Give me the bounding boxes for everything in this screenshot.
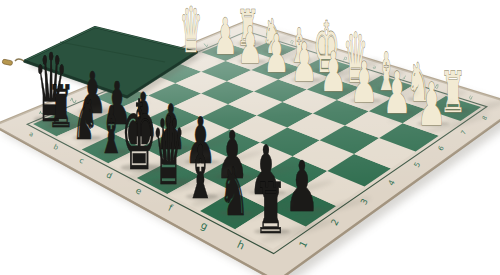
zipper-cord: [15, 59, 24, 61]
chess-set-product-photo: Product photo: plastic Staunton chess se…: [0, 0, 500, 275]
piece-glyph: ♞: [72, 86, 98, 153]
piece-glyph: ♟: [213, 7, 238, 66]
board-scene: aabbccddeeffgghh1122334455667788♜♛♞♟♝♟♟♚…: [0, 0, 500, 275]
piece-glyph: ♝: [99, 92, 125, 168]
piece-glyph: ♜: [47, 73, 74, 141]
piece-glyph: ♟: [383, 60, 411, 127]
piece-glyph: ♛: [152, 96, 186, 206]
zipper-pull-icon: [2, 59, 13, 66]
piece-glyph: ♟: [291, 32, 317, 94]
piece-glyph: ♛: [180, 0, 203, 66]
piece-glyph: ♟: [320, 41, 347, 104]
piece-glyph: ♞: [219, 153, 249, 230]
piece-glyph: ♝: [186, 129, 215, 214]
piece-glyph: ♟: [350, 50, 378, 116]
piece-glyph: ♟: [285, 147, 320, 228]
piece-glyph: ♟: [238, 16, 263, 75]
piece-glyph: ♜: [254, 168, 287, 250]
piece-glyph: ♟: [417, 71, 446, 139]
piece-glyph: ♟: [264, 23, 290, 84]
